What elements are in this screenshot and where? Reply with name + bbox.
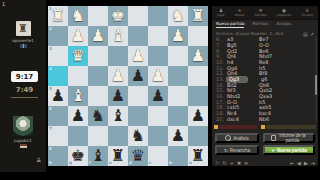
piece-black-queen[interactable]: ♛ (131, 146, 145, 166)
piece-white-knight[interactable]: ♞ (171, 6, 185, 26)
piece-white-pawn[interactable]: ♟ (131, 46, 145, 66)
white-result-marker (214, 125, 218, 129)
chess-app: 1 ♜ oponente1 9:17 7:49 jugador1 ♙ 1♜♞♚♞… (0, 0, 320, 180)
square-e7[interactable] (108, 126, 128, 146)
bottom-player-avatar[interactable] (13, 116, 33, 136)
black-result-bar (261, 125, 316, 129)
square-h7[interactable]: 7 (48, 126, 68, 146)
square-b7[interactable]: ♟ (168, 126, 188, 146)
square-e2[interactable]: ♝ (108, 26, 128, 46)
analysis-label: Análisis (233, 136, 249, 141)
piece-black-pawn[interactable]: ♟ (51, 86, 65, 106)
nav-row: ⚐↻+✖≡ ⇤◀▶⇥ (215, 158, 315, 167)
square-b3[interactable] (168, 46, 188, 66)
move-number: 20. (216, 117, 227, 122)
square-d2[interactable] (128, 26, 148, 46)
piece-black-knight[interactable]: ♞ (131, 126, 145, 146)
square-g6[interactable]: ♟ (68, 106, 88, 126)
square-f7[interactable] (88, 126, 108, 146)
piece-white-pawn[interactable]: ♟ (91, 26, 105, 46)
top-player-avatar[interactable]: ♜ (16, 21, 31, 36)
square-a1[interactable]: ♜ (188, 6, 208, 26)
close-icon[interactable]: ✖ (237, 160, 241, 166)
square-c2[interactable] (148, 26, 168, 46)
file-label: e (109, 161, 112, 165)
rank-label: 1 (49, 7, 52, 11)
square-h6[interactable]: 6 (48, 106, 68, 126)
analysis-button[interactable]: Análisis (215, 133, 259, 143)
square-d7[interactable]: ♞ (128, 126, 148, 146)
square-b2[interactable]: ♟ (168, 26, 188, 46)
piece-white-bishop[interactable]: ♝ (71, 86, 85, 106)
square-c4[interactable]: ♟ (148, 66, 168, 86)
square-e5[interactable]: ♟ (108, 86, 128, 106)
black-clock: 7:49 (11, 86, 38, 94)
square-a3[interactable]: ♟ (188, 46, 208, 66)
subtab-amigos[interactable]: Amigos (276, 21, 291, 27)
report-icon (271, 135, 276, 141)
piece-black-pawn[interactable]: ♟ (131, 66, 145, 86)
square-a7[interactable] (188, 126, 208, 146)
square-e4[interactable]: ♟ (108, 66, 128, 86)
square-a4[interactable] (188, 66, 208, 86)
expand-icon[interactable]: ↗ (310, 31, 314, 37)
piece-white-pawn[interactable]: ♟ (191, 46, 205, 66)
square-b1[interactable]: ♞ (168, 6, 188, 26)
player-card-bottom[interactable]: jugador1 (0, 116, 46, 148)
menu-icon[interactable]: ≡ (244, 160, 248, 166)
captured-pawn-icon: ♙ (36, 156, 41, 163)
player-card-top[interactable]: ♜ oponente1 (0, 21, 46, 48)
move-20-white[interactable]: dxc4 (227, 117, 259, 122)
square-h8[interactable]: 8h (48, 146, 68, 166)
top-tabs: ♟Jugar+Nueva≡Partidas◉Jugadores♕Torneos (212, 6, 318, 20)
piece-white-knight[interactable]: ♞ (71, 6, 85, 26)
tab-nueva[interactable]: +Nueva (235, 8, 245, 17)
square-h2[interactable]: 2 (48, 26, 68, 46)
square-g2[interactable]: ♟ (68, 26, 88, 46)
rank-label: 5 (49, 87, 52, 91)
white-result-trail (219, 125, 257, 129)
file-label: f (89, 161, 91, 165)
white-clock: 9:17 (11, 71, 38, 82)
sub-tabs: Nueva partidaPartidasAmigos (216, 20, 314, 28)
piece-black-pawn[interactable]: ♟ (111, 86, 125, 106)
square-h5[interactable]: 5♟ (48, 86, 68, 106)
piece-black-pawn[interactable]: ♟ (71, 106, 85, 126)
square-b5[interactable] (168, 86, 188, 106)
square-e1[interactable]: ♚ (108, 6, 128, 26)
square-d6[interactable] (128, 106, 148, 126)
bottom-player-flag-icon (20, 144, 27, 148)
last-move-button[interactable]: ⇥ (311, 160, 315, 166)
black-result-trail (266, 125, 316, 129)
tab-partidas[interactable]: ≡Partidas (254, 8, 266, 17)
opening-name: Siciliana: Ataque Bowdler, 2...Nc6 (216, 31, 301, 36)
magnifier-icon (225, 135, 231, 141)
new-game-label: Nueva partida (277, 148, 307, 153)
rank-label: 8 (49, 147, 52, 151)
piece-white-rook[interactable]: ♜ (191, 6, 205, 26)
file-label: c (149, 161, 151, 165)
square-g7[interactable] (68, 126, 88, 146)
square-f4[interactable] (88, 66, 108, 86)
piece-white-pawn[interactable]: ♟ (151, 66, 165, 86)
game-report-button[interactable]: Informe de la partida (263, 133, 315, 143)
square-a5[interactable] (188, 86, 208, 106)
left-sidebar: 1 ♜ oponente1 9:17 7:49 jugador1 ♙ (0, 0, 46, 172)
rank-label: 7 (49, 127, 52, 131)
tab-jugadores[interactable]: ◉Jugadores (277, 8, 292, 17)
square-b8[interactable]: b (168, 146, 188, 166)
clock-divider (11, 97, 38, 98)
square-e6[interactable]: ♝ (108, 106, 128, 126)
bottom-player-name: jugador1 (0, 138, 46, 143)
top-player-flag-icon (20, 44, 27, 48)
square-e3[interactable] (108, 46, 128, 66)
square-g8[interactable]: g♚ (68, 146, 88, 166)
piece-white-rook[interactable]: ♜ (51, 6, 65, 26)
square-e8[interactable]: e♜ (108, 146, 128, 166)
square-g5[interactable]: ♝ (68, 86, 88, 106)
tab-jugar[interactable]: ♟Jugar (217, 8, 225, 17)
top-player-name: oponente1 (0, 38, 46, 43)
rank-label: 4 (49, 67, 52, 71)
subtab-nueva-partida[interactable]: Nueva partida (216, 21, 244, 28)
square-b4[interactable] (168, 66, 188, 86)
flag-icon[interactable]: ⚐ (215, 160, 219, 166)
square-f3[interactable] (88, 46, 108, 66)
square-f1[interactable] (88, 6, 108, 26)
square-c6[interactable] (148, 106, 168, 126)
white-result-bar (214, 125, 257, 129)
piece-white-bishop[interactable]: ♝ (111, 26, 125, 46)
piece-black-king[interactable]: ♚ (71, 146, 85, 166)
square-d5[interactable] (128, 86, 148, 106)
rotate-icon[interactable]: ↻ (222, 160, 226, 166)
square-d8[interactable]: d♛ (128, 146, 148, 166)
rank-label: 2 (49, 27, 52, 31)
piece-black-rook[interactable]: ♜ (111, 146, 125, 166)
rematch-label: Revancha (230, 148, 250, 153)
square-c1[interactable] (148, 6, 168, 26)
subtab-partidas[interactable]: Partidas (252, 21, 268, 27)
square-h1[interactable]: 1♜ (48, 6, 68, 26)
file-label: a (189, 161, 192, 165)
piece-white-king[interactable]: ♚ (111, 6, 125, 26)
rematch-icon: ↻ (224, 148, 228, 153)
square-g1[interactable]: ♞ (68, 6, 88, 26)
piece-black-bishop[interactable]: ♝ (111, 106, 125, 126)
nav-arrows-group: ⇤◀▶⇥ (290, 160, 315, 166)
square-f5[interactable] (88, 86, 108, 106)
square-a2[interactable] (188, 26, 208, 46)
move-list: 6.a3Be77.Bg5O-O8.Qd2Be69.Qf4Nbd710.h4Re8… (216, 37, 312, 122)
piece-black-pawn[interactable]: ♟ (191, 106, 205, 126)
add-icon[interactable]: + (230, 160, 234, 166)
square-d1[interactable] (128, 6, 148, 26)
piece-black-bishop[interactable]: ♝ (91, 146, 105, 166)
square-h4[interactable]: 4 (48, 66, 68, 86)
book-icon[interactable]: ▤ (303, 31, 308, 37)
square-c8[interactable]: c (148, 146, 168, 166)
rematch-button[interactable]: ↻ Revancha (215, 145, 259, 155)
new-game-button[interactable]: + Nueva partida (263, 145, 315, 155)
piece-white-pawn[interactable]: ♟ (171, 26, 185, 46)
move-list-scrollbar[interactable] (315, 37, 317, 122)
file-label: g (69, 161, 72, 165)
right-panel: ♟Jugar+Nueva≡Partidas◉Jugadores♕Torneos … (212, 6, 318, 166)
report-label: Informe de la partida (278, 133, 307, 143)
square-d3[interactable]: ♟ (128, 46, 148, 66)
nav-tools-group: ⚐↻+✖≡ (215, 160, 248, 166)
move-20-black[interactable]: Nb6 (259, 117, 291, 122)
tab-torneos[interactable]: ♕Torneos (301, 8, 312, 17)
move-row: 20.dxc4Nb6 (216, 116, 312, 122)
corner-badge: 1 (2, 1, 5, 7)
board[interactable]: 1♜♞♚♞♜2♟♟♝♟3♛♟♟4♟♟♟5♟♝♟♟6♟♞♝♟7♞♟8hg♚f♝e♜… (48, 6, 208, 166)
square-f2[interactable]: ♟ (88, 26, 108, 46)
piece-white-pawn[interactable]: ♟ (111, 66, 125, 86)
piece-black-pawn[interactable]: ♟ (171, 126, 185, 146)
button-row-2: ↻ Revancha + Nueva partida (215, 145, 315, 155)
piece-black-knight[interactable]: ♞ (91, 106, 105, 126)
first-move-button[interactable]: ⇤ (290, 160, 294, 166)
plus-icon: + (271, 147, 275, 153)
prev-move-button[interactable]: ◀ (297, 160, 301, 166)
square-a8[interactable]: a♜ (188, 146, 208, 166)
square-a6[interactable]: ♟ (188, 106, 208, 126)
file-label: h (49, 161, 52, 165)
player-result-bars (214, 123, 316, 131)
button-row-1: Análisis Informe de la partida (215, 133, 315, 143)
piece-white-queen[interactable]: ♛ (71, 46, 85, 66)
square-c3[interactable] (148, 46, 168, 66)
piece-black-rook[interactable]: ♜ (191, 146, 205, 166)
square-g4[interactable] (68, 66, 88, 86)
square-h3[interactable]: 3 (48, 46, 68, 66)
file-label: d (129, 161, 132, 165)
square-f6[interactable]: ♞ (88, 106, 108, 126)
black-result-marker (261, 125, 265, 129)
square-c7[interactable] (148, 126, 168, 146)
file-label: b (169, 161, 172, 165)
rank-label: 6 (49, 107, 52, 111)
scrollbar-thumb[interactable] (315, 75, 317, 95)
piece-black-pawn[interactable]: ♟ (151, 86, 165, 106)
rank-label: 3 (49, 47, 52, 51)
square-f8[interactable]: f♝ (88, 146, 108, 166)
square-b6[interactable] (168, 106, 188, 126)
square-d4[interactable]: ♟ (128, 66, 148, 86)
piece-white-pawn[interactable]: ♟ (71, 26, 85, 46)
square-g3[interactable]: ♛ (68, 46, 88, 66)
next-move-button[interactable]: ▶ (304, 160, 308, 166)
square-c5[interactable]: ♟ (148, 86, 168, 106)
